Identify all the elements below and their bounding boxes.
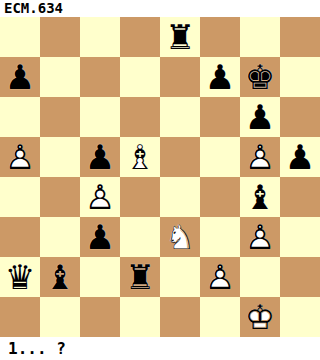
square-b4[interactable] (40, 177, 80, 217)
white-pawn-fill: ♟ (80, 177, 120, 217)
white-pawn-fill: ♟ (200, 257, 240, 297)
square-c6[interactable] (80, 97, 120, 137)
square-d5[interactable]: ♝♗ (120, 137, 160, 177)
black-pawn: ♟ (80, 137, 120, 177)
move-prompt: 1... ? (0, 337, 320, 360)
square-e5[interactable] (160, 137, 200, 177)
white-bishop-fill: ♝ (120, 137, 160, 177)
square-a2[interactable]: ♛ (0, 257, 40, 297)
square-h2[interactable] (280, 257, 320, 297)
square-f7[interactable]: ♟ (200, 57, 240, 97)
square-c2[interactable] (80, 257, 120, 297)
square-g6[interactable]: ♟ (240, 97, 280, 137)
square-b5[interactable] (40, 137, 80, 177)
square-f2[interactable]: ♟♙ (200, 257, 240, 297)
white-pawn-fill: ♟ (240, 217, 280, 257)
square-e8[interactable]: ♜ (160, 17, 200, 57)
square-a3[interactable] (0, 217, 40, 257)
square-c1[interactable] (80, 297, 120, 337)
white-pawn: ♙ (80, 177, 120, 217)
square-g7[interactable]: ♚ (240, 57, 280, 97)
black-queen: ♛ (0, 257, 40, 297)
square-b6[interactable] (40, 97, 80, 137)
square-e6[interactable] (160, 97, 200, 137)
square-h5[interactable]: ♟ (280, 137, 320, 177)
square-d3[interactable] (120, 217, 160, 257)
square-h3[interactable] (280, 217, 320, 257)
black-rook: ♜ (160, 17, 200, 57)
white-pawn-fill: ♟ (0, 137, 40, 177)
black-bishop: ♝ (40, 257, 80, 297)
square-f3[interactable] (200, 217, 240, 257)
square-d8[interactable] (120, 17, 160, 57)
square-c5[interactable]: ♟ (80, 137, 120, 177)
black-pawn: ♟ (80, 217, 120, 257)
square-g1[interactable]: ♚♔ (240, 297, 280, 337)
square-c7[interactable] (80, 57, 120, 97)
square-h7[interactable] (280, 57, 320, 97)
square-b8[interactable] (40, 17, 80, 57)
white-pawn: ♙ (200, 257, 240, 297)
square-e4[interactable] (160, 177, 200, 217)
white-pawn: ♙ (240, 137, 280, 177)
square-a5[interactable]: ♟♙ (0, 137, 40, 177)
square-g2[interactable] (240, 257, 280, 297)
black-king: ♚ (240, 57, 280, 97)
square-a4[interactable] (0, 177, 40, 217)
square-a7[interactable]: ♟ (0, 57, 40, 97)
square-e2[interactable] (160, 257, 200, 297)
white-king: ♔ (240, 297, 280, 337)
square-h1[interactable] (280, 297, 320, 337)
square-h6[interactable] (280, 97, 320, 137)
square-h8[interactable] (280, 17, 320, 57)
square-c8[interactable] (80, 17, 120, 57)
square-f5[interactable] (200, 137, 240, 177)
square-f8[interactable] (200, 17, 240, 57)
square-b2[interactable]: ♝ (40, 257, 80, 297)
square-f4[interactable] (200, 177, 240, 217)
square-d7[interactable] (120, 57, 160, 97)
black-rook: ♜ (120, 257, 160, 297)
square-f1[interactable] (200, 297, 240, 337)
white-bishop: ♗ (120, 137, 160, 177)
square-g3[interactable]: ♟♙ (240, 217, 280, 257)
square-a8[interactable] (0, 17, 40, 57)
square-b1[interactable] (40, 297, 80, 337)
white-knight-fill: ♞ (160, 217, 200, 257)
square-e1[interactable] (160, 297, 200, 337)
square-d1[interactable] (120, 297, 160, 337)
square-g4[interactable]: ♝ (240, 177, 280, 217)
black-pawn: ♟ (240, 97, 280, 137)
square-e3[interactable]: ♞♘ (160, 217, 200, 257)
black-bishop: ♝ (240, 177, 280, 217)
square-d2[interactable]: ♜ (120, 257, 160, 297)
white-king-fill: ♚ (240, 297, 280, 337)
square-d4[interactable] (120, 177, 160, 217)
square-d6[interactable] (120, 97, 160, 137)
square-a1[interactable] (0, 297, 40, 337)
square-b7[interactable] (40, 57, 80, 97)
square-b3[interactable] (40, 217, 80, 257)
page-title: ECM.634 (0, 0, 320, 17)
square-g8[interactable] (240, 17, 280, 57)
square-a6[interactable] (0, 97, 40, 137)
chess-board: ♜♟♟♚♟♟♙♟♝♗♟♙♟♟♙♝♟♞♘♟♙♛♝♜♟♙♚♔ (0, 17, 320, 337)
black-pawn: ♟ (280, 137, 320, 177)
square-e7[interactable] (160, 57, 200, 97)
black-pawn: ♟ (200, 57, 240, 97)
black-pawn: ♟ (0, 57, 40, 97)
square-h4[interactable] (280, 177, 320, 217)
square-c3[interactable]: ♟ (80, 217, 120, 257)
white-pawn: ♙ (240, 217, 280, 257)
square-g5[interactable]: ♟♙ (240, 137, 280, 177)
white-knight: ♘ (160, 217, 200, 257)
white-pawn-fill: ♟ (240, 137, 280, 177)
square-c4[interactable]: ♟♙ (80, 177, 120, 217)
square-f6[interactable] (200, 97, 240, 137)
white-pawn: ♙ (0, 137, 40, 177)
